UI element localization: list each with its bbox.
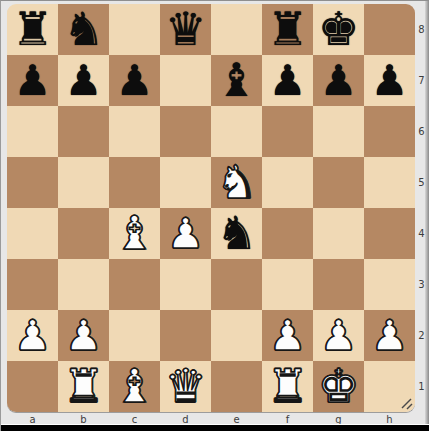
piece-white-pawn[interactable]: ♟	[269, 310, 307, 361]
chess-app-window: ♜♞♛♜♚♟♟♟♝♟♟♟♞♝♟♞♟♟♟♟♟♜♝♛♜♚ abcdefgh 8765…	[0, 0, 429, 431]
square-e8[interactable]	[211, 4, 262, 55]
piece-black-knight[interactable]: ♞	[216, 208, 257, 259]
square-a4[interactable]	[7, 208, 58, 259]
square-c5[interactable]	[109, 157, 160, 208]
square-d2[interactable]	[160, 310, 211, 361]
piece-white-bishop[interactable]: ♝	[114, 208, 155, 259]
square-e6[interactable]	[211, 106, 262, 157]
piece-black-pawn[interactable]: ♟	[269, 55, 307, 106]
square-b4[interactable]	[58, 208, 109, 259]
square-e2[interactable]	[211, 310, 262, 361]
piece-black-knight[interactable]: ♞	[63, 4, 104, 55]
square-b3[interactable]	[58, 259, 109, 310]
square-a5[interactable]	[7, 157, 58, 208]
square-e3[interactable]	[211, 259, 262, 310]
square-e5[interactable]: ♞	[211, 157, 262, 208]
square-f8[interactable]: ♜	[262, 4, 313, 55]
square-d6[interactable]	[160, 106, 211, 157]
square-c7[interactable]: ♟	[109, 55, 160, 106]
square-e7[interactable]: ♝	[211, 55, 262, 106]
piece-black-pawn[interactable]: ♟	[116, 55, 154, 106]
window-right-edge	[425, 1, 429, 431]
square-c2[interactable]	[109, 310, 160, 361]
resize-grip-icon[interactable]	[399, 396, 413, 410]
piece-white-pawn[interactable]: ♟	[14, 310, 52, 361]
square-f6[interactable]	[262, 106, 313, 157]
square-g5[interactable]	[313, 157, 364, 208]
chess-board[interactable]: ♜♞♛♜♚♟♟♟♝♟♟♟♞♝♟♞♟♟♟♟♟♜♝♛♜♚	[7, 4, 415, 412]
square-c1[interactable]: ♝	[109, 361, 160, 412]
square-g4[interactable]	[313, 208, 364, 259]
piece-black-pawn[interactable]: ♟	[14, 55, 52, 106]
square-h7[interactable]: ♟	[364, 55, 415, 106]
piece-white-knight[interactable]: ♞	[216, 157, 257, 208]
square-b6[interactable]	[58, 106, 109, 157]
piece-black-pawn[interactable]: ♟	[65, 55, 103, 106]
piece-black-pawn[interactable]: ♟	[371, 55, 409, 106]
square-d7[interactable]	[160, 55, 211, 106]
square-f5[interactable]	[262, 157, 313, 208]
square-a1[interactable]	[7, 361, 58, 412]
square-d5[interactable]	[160, 157, 211, 208]
square-g8[interactable]: ♚	[313, 4, 364, 55]
square-e1[interactable]	[211, 361, 262, 412]
piece-black-rook[interactable]: ♜	[12, 4, 53, 55]
square-d8[interactable]: ♛	[160, 4, 211, 55]
square-h2[interactable]: ♟	[364, 310, 415, 361]
square-g7[interactable]: ♟	[313, 55, 364, 106]
window-bottom-bar	[1, 424, 429, 431]
square-a3[interactable]	[7, 259, 58, 310]
square-h6[interactable]	[364, 106, 415, 157]
square-f4[interactable]	[262, 208, 313, 259]
square-b2[interactable]: ♟	[58, 310, 109, 361]
square-g3[interactable]	[313, 259, 364, 310]
square-b5[interactable]	[58, 157, 109, 208]
piece-black-king[interactable]: ♚	[318, 4, 359, 55]
square-b7[interactable]: ♟	[58, 55, 109, 106]
square-c4[interactable]: ♝	[109, 208, 160, 259]
square-h3[interactable]	[364, 259, 415, 310]
piece-white-queen[interactable]: ♛	[165, 361, 206, 412]
piece-white-pawn[interactable]: ♟	[65, 310, 103, 361]
square-f2[interactable]: ♟	[262, 310, 313, 361]
square-a7[interactable]: ♟	[7, 55, 58, 106]
piece-white-rook[interactable]: ♜	[63, 361, 104, 412]
square-d4[interactable]: ♟	[160, 208, 211, 259]
piece-white-bishop[interactable]: ♝	[114, 361, 155, 412]
square-f1[interactable]: ♜	[262, 361, 313, 412]
square-f7[interactable]: ♟	[262, 55, 313, 106]
piece-white-pawn[interactable]: ♟	[320, 310, 358, 361]
square-h8[interactable]	[364, 4, 415, 55]
square-h5[interactable]	[364, 157, 415, 208]
square-g6[interactable]	[313, 106, 364, 157]
square-a2[interactable]: ♟	[7, 310, 58, 361]
square-d1[interactable]: ♛	[160, 361, 211, 412]
piece-white-king[interactable]: ♚	[318, 361, 359, 412]
square-c8[interactable]	[109, 4, 160, 55]
square-a6[interactable]	[7, 106, 58, 157]
piece-black-rook[interactable]: ♜	[267, 4, 308, 55]
square-h4[interactable]	[364, 208, 415, 259]
piece-black-queen[interactable]: ♛	[165, 4, 206, 55]
square-a8[interactable]: ♜	[7, 4, 58, 55]
square-g1[interactable]: ♚	[313, 361, 364, 412]
square-b1[interactable]: ♜	[58, 361, 109, 412]
piece-black-pawn[interactable]: ♟	[320, 55, 358, 106]
square-c3[interactable]	[109, 259, 160, 310]
square-e4[interactable]: ♞	[211, 208, 262, 259]
square-g2[interactable]: ♟	[313, 310, 364, 361]
square-b8[interactable]: ♞	[58, 4, 109, 55]
square-d3[interactable]	[160, 259, 211, 310]
piece-white-pawn[interactable]: ♟	[371, 310, 409, 361]
square-f3[interactable]	[262, 259, 313, 310]
square-h1[interactable]	[364, 361, 415, 412]
piece-white-rook[interactable]: ♜	[267, 361, 308, 412]
piece-black-bishop[interactable]: ♝	[216, 55, 257, 106]
square-c6[interactable]	[109, 106, 160, 157]
piece-white-pawn[interactable]: ♟	[167, 208, 205, 259]
